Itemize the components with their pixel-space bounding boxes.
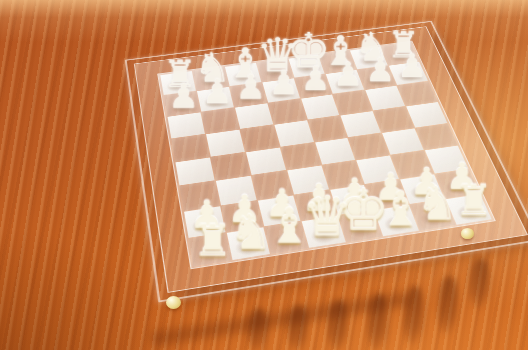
square-h6[interactable]: [397, 81, 437, 105]
frosted-pawn[interactable]: ♟: [168, 80, 198, 112]
board-field: ♜♞♝♛♚♝♞♜♟♟♟♟♟♟♟♟♟♟♟♟♟♟♟♟♜♞♝♛♚♝♞♜: [157, 41, 496, 269]
frosted-pawn[interactable]: ♟: [365, 55, 395, 86]
square-f7[interactable]: ♟: [326, 70, 364, 94]
frosted-pawn[interactable]: ♟: [333, 59, 363, 91]
square-g7[interactable]: ♟: [358, 66, 397, 89]
square-d6[interactable]: [268, 99, 306, 124]
square-e5[interactable]: [307, 115, 347, 141]
frosted-pawn[interactable]: ♟: [301, 63, 331, 95]
square-a7[interactable]: ♟: [164, 91, 200, 116]
square-b6[interactable]: [201, 108, 239, 134]
glass-foot: [461, 228, 474, 239]
square-a1[interactable]: ♜: [189, 233, 232, 266]
square-b7[interactable]: ♟: [197, 87, 234, 112]
piece-cast-shadow: [436, 275, 459, 334]
clear-rook[interactable]: ♜: [455, 180, 493, 220]
clear-rook[interactable]: ♜: [193, 220, 232, 262]
clear-bishop[interactable]: ♝: [267, 203, 311, 249]
square-d5[interactable]: [274, 120, 313, 146]
frosted-pawn[interactable]: ♟: [202, 76, 232, 108]
frosted-pawn[interactable]: ♟: [397, 50, 426, 81]
glass-foot: [166, 296, 181, 309]
piece-cast-shadow: [247, 307, 269, 350]
frosted-pawn[interactable]: ♟: [235, 72, 265, 104]
table-surface: ♜♞♝♛♚♝♞♜♟♟♟♟♟♟♟♟♟♟♟♟♟♟♟♟♜♞♝♛♚♝♞♜: [0, 0, 528, 350]
square-a5[interactable]: [171, 134, 209, 161]
clear-knight[interactable]: ♞: [417, 182, 459, 226]
square-g5[interactable]: [374, 106, 415, 132]
chessboard: ♜♞♝♛♚♝♞♜♟♟♟♟♟♟♟♟♟♟♟♟♟♟♟♟♜♞♝♛♚♝♞♜: [134, 26, 528, 293]
piece-cast-shadow: [468, 257, 490, 308]
square-d7[interactable]: ♟: [262, 78, 300, 102]
square-c5[interactable]: [240, 125, 279, 152]
square-c6[interactable]: [235, 103, 273, 128]
square-c7[interactable]: ♟: [230, 83, 267, 107]
square-e7[interactable]: ♟: [294, 74, 332, 98]
square-b1[interactable]: ♞: [227, 227, 270, 260]
clear-knight[interactable]: ♞: [229, 210, 272, 256]
frosted-pawn[interactable]: ♟: [268, 67, 298, 99]
